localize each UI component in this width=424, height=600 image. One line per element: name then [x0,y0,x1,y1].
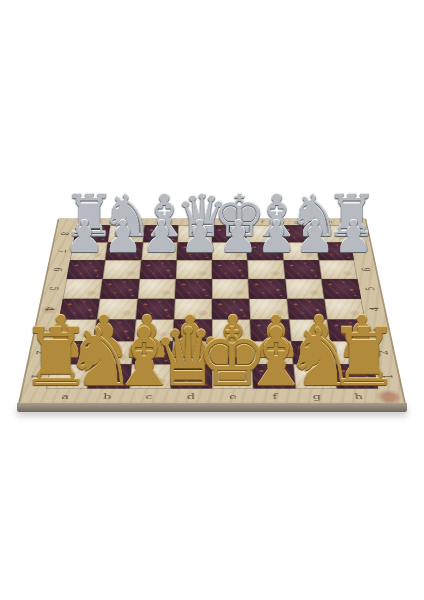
square-f5[interactable] [248,279,286,299]
rank-label-right-6: 6 [354,260,379,279]
square-d6[interactable] [176,260,212,279]
piece-gold-rook-h1[interactable]: ♜ [328,318,400,398]
piece-silver-pawn-d7[interactable]: ♟ [180,215,219,259]
square-d5[interactable] [175,279,212,299]
square-c6[interactable] [139,260,176,279]
square-a5[interactable] [63,279,103,299]
square-b5[interactable] [100,279,139,299]
piece-silver-pawn-a7[interactable]: ♟ [65,215,104,259]
square-b6[interactable] [103,260,141,279]
square-g5[interactable] [285,279,324,299]
piece-silver-pawn-h7[interactable]: ♟ [334,215,373,259]
square-e5[interactable] [212,279,249,299]
square-f6[interactable] [248,260,285,279]
square-h6[interactable] [319,260,358,279]
piece-silver-pawn-b7[interactable]: ♟ [103,215,142,259]
board-front-edge [17,403,407,412]
piece-silver-pawn-f7[interactable]: ♟ [257,215,296,259]
square-h5[interactable] [321,279,361,299]
square-g6[interactable] [283,260,321,279]
square-e6[interactable] [212,260,248,279]
piece-silver-pawn-e7[interactable]: ♟ [218,215,257,259]
square-c5[interactable] [137,279,175,299]
square-a6[interactable] [66,260,105,279]
product-photo-scene: abcdefgh8877665544332211abcdefgh ♜♞♝♛♚♝♞… [0,0,424,600]
piece-silver-pawn-g7[interactable]: ♟ [295,215,334,259]
piece-silver-pawn-c7[interactable]: ♟ [142,215,181,259]
rank-label-right-5: 5 [358,279,384,299]
